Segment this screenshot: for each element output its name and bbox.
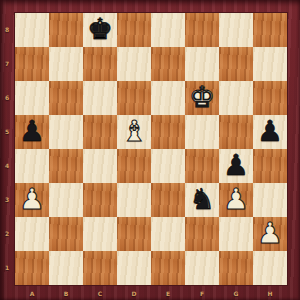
- white-pawn[interactable]: ♟: [223, 182, 249, 216]
- square-d6[interactable]: [117, 81, 151, 115]
- square-f6[interactable]: ♚: [185, 81, 219, 115]
- square-e3[interactable]: [151, 183, 185, 217]
- square-c6[interactable]: [83, 81, 117, 115]
- square-c4[interactable]: [83, 149, 117, 183]
- square-h2[interactable]: ♟: [253, 217, 287, 251]
- square-a4[interactable]: [15, 149, 49, 183]
- square-h1[interactable]: [253, 251, 287, 285]
- square-a6[interactable]: [15, 81, 49, 115]
- chessboard: ♚♚♟♝♟♟♟♞♟♟: [14, 12, 288, 286]
- square-e7[interactable]: [151, 47, 185, 81]
- square-h5[interactable]: ♟: [253, 115, 287, 149]
- square-c5[interactable]: [83, 115, 117, 149]
- square-a5[interactable]: ♟: [15, 115, 49, 149]
- black-knight[interactable]: ♞: [189, 182, 215, 216]
- chessboard-frame: ♚♚♟♝♟♟♟♞♟♟ 87654321ABCDEFGH: [0, 0, 300, 300]
- square-h7[interactable]: [253, 47, 287, 81]
- rank-label-8: 8: [0, 26, 14, 33]
- square-b5[interactable]: [49, 115, 83, 149]
- file-label-g: G: [229, 290, 243, 298]
- square-b8[interactable]: [49, 13, 83, 47]
- square-d3[interactable]: [117, 183, 151, 217]
- square-a8[interactable]: [15, 13, 49, 47]
- square-c2[interactable]: [83, 217, 117, 251]
- rank-label-3: 3: [0, 196, 14, 203]
- white-pawn[interactable]: ♟: [19, 182, 45, 216]
- square-f1[interactable]: [185, 251, 219, 285]
- square-f7[interactable]: [185, 47, 219, 81]
- file-label-d: D: [127, 290, 141, 298]
- square-g2[interactable]: [219, 217, 253, 251]
- square-d7[interactable]: [117, 47, 151, 81]
- square-e4[interactable]: [151, 149, 185, 183]
- square-f8[interactable]: [185, 13, 219, 47]
- square-h3[interactable]: [253, 183, 287, 217]
- square-g4[interactable]: ♟: [219, 149, 253, 183]
- rank-label-6: 6: [0, 94, 14, 101]
- square-a1[interactable]: [15, 251, 49, 285]
- file-label-f: F: [195, 290, 209, 298]
- square-b7[interactable]: [49, 47, 83, 81]
- square-b1[interactable]: [49, 251, 83, 285]
- square-d1[interactable]: [117, 251, 151, 285]
- square-f4[interactable]: [185, 149, 219, 183]
- square-g3[interactable]: ♟: [219, 183, 253, 217]
- black-pawn[interactable]: ♟: [257, 114, 283, 148]
- white-bishop[interactable]: ♝: [121, 114, 147, 148]
- square-f2[interactable]: [185, 217, 219, 251]
- square-e2[interactable]: [151, 217, 185, 251]
- square-a7[interactable]: [15, 47, 49, 81]
- black-pawn[interactable]: ♟: [19, 114, 45, 148]
- rank-label-1: 1: [0, 264, 14, 271]
- square-g7[interactable]: [219, 47, 253, 81]
- square-c1[interactable]: [83, 251, 117, 285]
- black-king[interactable]: ♚: [87, 12, 113, 46]
- square-d4[interactable]: [117, 149, 151, 183]
- square-e1[interactable]: [151, 251, 185, 285]
- square-d2[interactable]: [117, 217, 151, 251]
- square-b4[interactable]: [49, 149, 83, 183]
- square-e8[interactable]: [151, 13, 185, 47]
- white-king[interactable]: ♚: [189, 80, 215, 114]
- square-g8[interactable]: [219, 13, 253, 47]
- file-label-a: A: [25, 290, 39, 298]
- square-c7[interactable]: [83, 47, 117, 81]
- file-label-e: E: [161, 290, 175, 298]
- square-f5[interactable]: [185, 115, 219, 149]
- rank-label-2: 2: [0, 230, 14, 237]
- square-g6[interactable]: [219, 81, 253, 115]
- square-g1[interactable]: [219, 251, 253, 285]
- square-g5[interactable]: [219, 115, 253, 149]
- square-h8[interactable]: [253, 13, 287, 47]
- file-label-b: B: [59, 290, 73, 298]
- square-c3[interactable]: [83, 183, 117, 217]
- square-h4[interactable]: [253, 149, 287, 183]
- square-e6[interactable]: [151, 81, 185, 115]
- square-c8[interactable]: ♚: [83, 13, 117, 47]
- square-d5[interactable]: ♝: [117, 115, 151, 149]
- square-a3[interactable]: ♟: [15, 183, 49, 217]
- white-pawn[interactable]: ♟: [257, 216, 283, 250]
- square-h6[interactable]: [253, 81, 287, 115]
- square-b6[interactable]: [49, 81, 83, 115]
- square-b3[interactable]: [49, 183, 83, 217]
- rank-label-4: 4: [0, 162, 14, 169]
- file-label-c: C: [93, 290, 107, 298]
- square-a2[interactable]: [15, 217, 49, 251]
- file-label-h: H: [263, 290, 277, 298]
- square-b2[interactable]: [49, 217, 83, 251]
- square-e5[interactable]: [151, 115, 185, 149]
- black-pawn[interactable]: ♟: [223, 148, 249, 182]
- rank-label-5: 5: [0, 128, 14, 135]
- rank-label-7: 7: [0, 60, 14, 67]
- square-d8[interactable]: [117, 13, 151, 47]
- square-f3[interactable]: ♞: [185, 183, 219, 217]
